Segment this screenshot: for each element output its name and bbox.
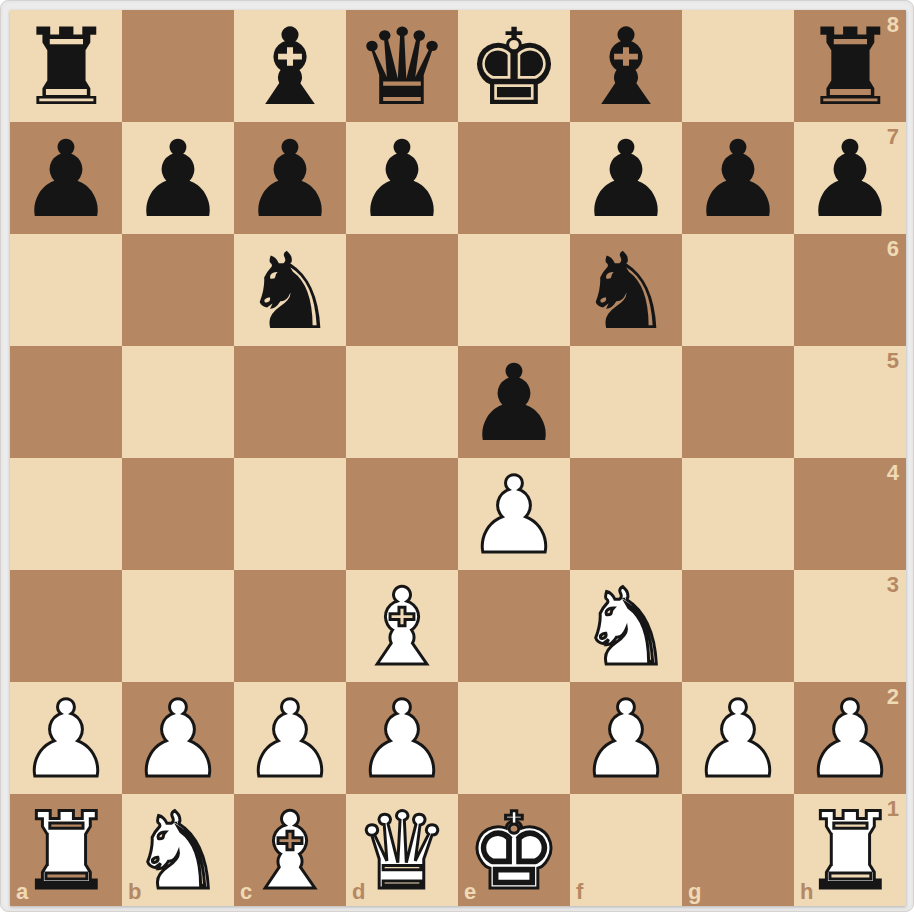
- square-d3[interactable]: ♝: [346, 570, 458, 682]
- square-a6[interactable]: [10, 234, 122, 346]
- chess-board: ♜♝♛♚♝♜8♟♟♟♟♟♟♟7♞♞6♟5♟4♝♞3♟♟♟♟♟♟♟2♜a♞b♝c♛…: [10, 10, 906, 906]
- piece-black-pawn[interactable]: ♟: [18, 124, 113, 236]
- coord-rank-6: 6: [887, 238, 899, 260]
- square-c3[interactable]: [234, 570, 346, 682]
- square-b7[interactable]: ♟: [122, 122, 234, 234]
- piece-black-pawn[interactable]: ♟: [578, 124, 673, 236]
- piece-black-pawn[interactable]: ♟: [242, 124, 337, 236]
- piece-white-rook[interactable]: ♜: [18, 796, 113, 908]
- square-a5[interactable]: [10, 346, 122, 458]
- square-g6[interactable]: [682, 234, 794, 346]
- piece-white-bishop[interactable]: ♝: [242, 796, 337, 908]
- square-a2[interactable]: ♟: [10, 682, 122, 794]
- piece-white-pawn[interactable]: ♟: [18, 684, 113, 796]
- piece-white-pawn[interactable]: ♟: [466, 460, 561, 572]
- piece-black-pawn[interactable]: ♟: [466, 348, 561, 460]
- piece-black-bishop[interactable]: ♝: [242, 12, 337, 124]
- square-b3[interactable]: [122, 570, 234, 682]
- square-h7[interactable]: ♟7: [794, 122, 906, 234]
- square-g8[interactable]: [682, 10, 794, 122]
- square-f7[interactable]: ♟: [570, 122, 682, 234]
- coord-rank-4: 4: [887, 462, 899, 484]
- square-h8[interactable]: ♜8: [794, 10, 906, 122]
- square-f8[interactable]: ♝: [570, 10, 682, 122]
- square-c7[interactable]: ♟: [234, 122, 346, 234]
- page-background: ♜♝♛♚♝♜8♟♟♟♟♟♟♟7♞♞6♟5♟4♝♞3♟♟♟♟♟♟♟2♜a♞b♝c♛…: [0, 0, 914, 912]
- square-e4[interactable]: ♟: [458, 458, 570, 570]
- square-g4[interactable]: [682, 458, 794, 570]
- square-h1[interactable]: ♜1h: [794, 794, 906, 906]
- square-f1[interactable]: f: [570, 794, 682, 906]
- square-c8[interactable]: ♝: [234, 10, 346, 122]
- piece-black-knight[interactable]: ♞: [242, 236, 337, 348]
- piece-black-pawn[interactable]: ♟: [690, 124, 785, 236]
- coord-rank-5: 5: [887, 350, 899, 372]
- piece-white-bishop[interactable]: ♝: [354, 572, 449, 684]
- square-g1[interactable]: g: [682, 794, 794, 906]
- piece-white-pawn[interactable]: ♟: [242, 684, 337, 796]
- piece-white-pawn[interactable]: ♟: [802, 684, 897, 796]
- piece-black-rook[interactable]: ♜: [802, 12, 897, 124]
- square-h6[interactable]: 6: [794, 234, 906, 346]
- square-c1[interactable]: ♝c: [234, 794, 346, 906]
- piece-white-pawn[interactable]: ♟: [690, 684, 785, 796]
- square-a7[interactable]: ♟: [10, 122, 122, 234]
- square-h2[interactable]: ♟2: [794, 682, 906, 794]
- coord-file-g: g: [688, 881, 701, 903]
- square-b8[interactable]: [122, 10, 234, 122]
- square-d1[interactable]: ♛d: [346, 794, 458, 906]
- coord-file-f: f: [576, 881, 583, 903]
- square-e5[interactable]: ♟: [458, 346, 570, 458]
- square-b5[interactable]: [122, 346, 234, 458]
- square-a3[interactable]: [10, 570, 122, 682]
- piece-black-queen[interactable]: ♛: [354, 12, 449, 124]
- piece-white-knight[interactable]: ♞: [130, 796, 225, 908]
- square-b1[interactable]: ♞b: [122, 794, 234, 906]
- square-b4[interactable]: [122, 458, 234, 570]
- piece-black-pawn[interactable]: ♟: [130, 124, 225, 236]
- square-e6[interactable]: [458, 234, 570, 346]
- square-g3[interactable]: [682, 570, 794, 682]
- piece-black-king[interactable]: ♚: [466, 12, 561, 124]
- square-c2[interactable]: ♟: [234, 682, 346, 794]
- square-h4[interactable]: 4: [794, 458, 906, 570]
- square-f3[interactable]: ♞: [570, 570, 682, 682]
- square-d7[interactable]: ♟: [346, 122, 458, 234]
- piece-black-knight[interactable]: ♞: [578, 236, 673, 348]
- square-h5[interactable]: 5: [794, 346, 906, 458]
- square-a8[interactable]: ♜: [10, 10, 122, 122]
- square-d4[interactable]: [346, 458, 458, 570]
- piece-white-king[interactable]: ♚: [466, 796, 561, 908]
- square-c5[interactable]: [234, 346, 346, 458]
- square-f5[interactable]: [570, 346, 682, 458]
- piece-black-bishop[interactable]: ♝: [578, 12, 673, 124]
- square-e3[interactable]: [458, 570, 570, 682]
- piece-white-rook[interactable]: ♜: [802, 796, 897, 908]
- square-b2[interactable]: ♟: [122, 682, 234, 794]
- piece-white-pawn[interactable]: ♟: [578, 684, 673, 796]
- square-e7[interactable]: [458, 122, 570, 234]
- square-e1[interactable]: ♚e: [458, 794, 570, 906]
- square-b6[interactable]: [122, 234, 234, 346]
- square-d6[interactable]: [346, 234, 458, 346]
- piece-white-knight[interactable]: ♞: [578, 572, 673, 684]
- square-d8[interactable]: ♛: [346, 10, 458, 122]
- square-e8[interactable]: ♚: [458, 10, 570, 122]
- piece-white-queen[interactable]: ♛: [354, 796, 449, 908]
- piece-black-pawn[interactable]: ♟: [354, 124, 449, 236]
- piece-black-pawn[interactable]: ♟: [802, 124, 897, 236]
- square-f2[interactable]: ♟: [570, 682, 682, 794]
- coord-rank-3: 3: [887, 574, 899, 596]
- square-a4[interactable]: [10, 458, 122, 570]
- square-h3[interactable]: 3: [794, 570, 906, 682]
- square-a1[interactable]: ♜a: [10, 794, 122, 906]
- square-c4[interactable]: [234, 458, 346, 570]
- square-g5[interactable]: [682, 346, 794, 458]
- square-g2[interactable]: ♟: [682, 682, 794, 794]
- piece-black-rook[interactable]: ♜: [18, 12, 113, 124]
- piece-white-pawn[interactable]: ♟: [354, 684, 449, 796]
- square-g7[interactable]: ♟: [682, 122, 794, 234]
- piece-white-pawn[interactable]: ♟: [130, 684, 225, 796]
- square-f4[interactable]: [570, 458, 682, 570]
- square-d2[interactable]: ♟: [346, 682, 458, 794]
- square-d5[interactable]: [346, 346, 458, 458]
- square-c6[interactable]: ♞: [234, 234, 346, 346]
- square-e2[interactable]: [458, 682, 570, 794]
- square-f6[interactable]: ♞: [570, 234, 682, 346]
